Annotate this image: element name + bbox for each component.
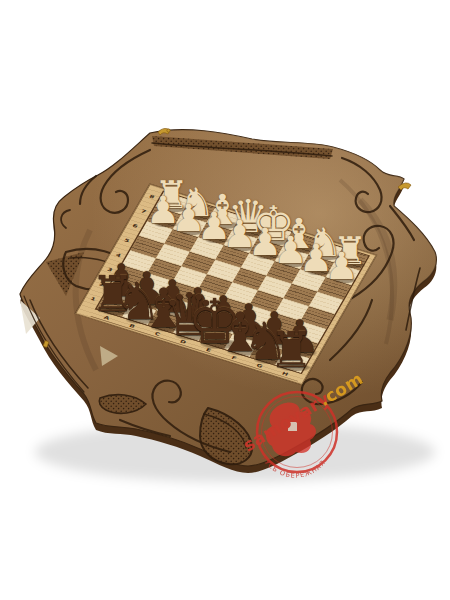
watermark-stamp: samovary .com РУСЬ ОБЕРЕЖНАЯ [0, 0, 450, 600]
watermark-site-tld: .com [315, 368, 366, 410]
product-photo-scene: 87654321ABCDEFGH ♜♞♝♛♚♝♞♜♟♟♟♟♟♟♟♟♟♟♟♟♟♟♟… [0, 0, 450, 600]
